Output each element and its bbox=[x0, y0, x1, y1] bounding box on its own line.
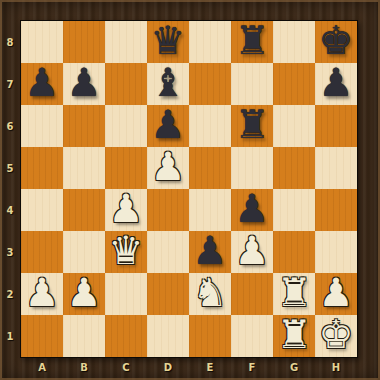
square-f2[interactable] bbox=[231, 273, 273, 315]
square-b4[interactable] bbox=[63, 189, 105, 231]
piece-black-pawn[interactable]: ♟ bbox=[151, 104, 186, 146]
square-g4[interactable] bbox=[273, 189, 315, 231]
file-label-c: C bbox=[105, 357, 147, 378]
square-a1[interactable] bbox=[21, 315, 63, 357]
rank-label-8: 8 bbox=[0, 21, 20, 63]
square-a8[interactable] bbox=[21, 21, 63, 63]
square-d1[interactable] bbox=[147, 315, 189, 357]
file-labels: ABCDEFGH bbox=[21, 357, 357, 378]
square-b7[interactable]: ♟ bbox=[63, 63, 105, 105]
file-label-a: A bbox=[21, 357, 63, 378]
rank-label-4: 4 bbox=[0, 189, 20, 231]
piece-white-rook[interactable]: ♜ bbox=[277, 314, 312, 356]
rank-label-2: 2 bbox=[0, 273, 20, 315]
square-e6[interactable] bbox=[189, 105, 231, 147]
piece-white-pawn[interactable]: ♟ bbox=[25, 272, 60, 314]
file-label-g: G bbox=[273, 357, 315, 378]
square-a5[interactable] bbox=[21, 147, 63, 189]
file-label-d: D bbox=[147, 357, 189, 378]
file-label-e: E bbox=[189, 357, 231, 378]
square-c6[interactable] bbox=[105, 105, 147, 147]
square-h4[interactable] bbox=[315, 189, 357, 231]
piece-white-queen[interactable]: ♛ bbox=[109, 230, 144, 272]
piece-black-king[interactable]: ♚ bbox=[319, 20, 354, 62]
square-d7[interactable]: ♝ bbox=[147, 63, 189, 105]
square-g8[interactable] bbox=[273, 21, 315, 63]
board-grid: ♛♜♚♟♟♝♟♟♜♟♟♟♛♟♟♟♟♞♜♟♜♚ bbox=[21, 21, 357, 357]
square-f7[interactable] bbox=[231, 63, 273, 105]
square-e3[interactable]: ♟ bbox=[189, 231, 231, 273]
square-a3[interactable] bbox=[21, 231, 63, 273]
square-b6[interactable] bbox=[63, 105, 105, 147]
square-h8[interactable]: ♚ bbox=[315, 21, 357, 63]
square-f1[interactable] bbox=[231, 315, 273, 357]
square-g6[interactable] bbox=[273, 105, 315, 147]
piece-black-rook[interactable]: ♜ bbox=[235, 20, 270, 62]
file-label-h: H bbox=[315, 357, 357, 378]
square-b3[interactable] bbox=[63, 231, 105, 273]
square-c4[interactable]: ♟ bbox=[105, 189, 147, 231]
square-d2[interactable] bbox=[147, 273, 189, 315]
square-a2[interactable]: ♟ bbox=[21, 273, 63, 315]
piece-white-rook[interactable]: ♜ bbox=[277, 272, 312, 314]
file-label-f: F bbox=[231, 357, 273, 378]
rank-labels: 87654321 bbox=[0, 21, 20, 357]
square-c8[interactable] bbox=[105, 21, 147, 63]
square-g7[interactable] bbox=[273, 63, 315, 105]
square-d8[interactable]: ♛ bbox=[147, 21, 189, 63]
square-g3[interactable] bbox=[273, 231, 315, 273]
square-d4[interactable] bbox=[147, 189, 189, 231]
square-d3[interactable] bbox=[147, 231, 189, 273]
square-c7[interactable] bbox=[105, 63, 147, 105]
piece-black-pawn[interactable]: ♟ bbox=[193, 230, 228, 272]
piece-white-pawn[interactable]: ♟ bbox=[235, 230, 270, 272]
square-f5[interactable] bbox=[231, 147, 273, 189]
piece-white-pawn[interactable]: ♟ bbox=[67, 272, 102, 314]
square-g5[interactable] bbox=[273, 147, 315, 189]
square-e2[interactable]: ♞ bbox=[189, 273, 231, 315]
square-b2[interactable]: ♟ bbox=[63, 273, 105, 315]
square-f4[interactable]: ♟ bbox=[231, 189, 273, 231]
piece-black-queen[interactable]: ♛ bbox=[151, 20, 186, 62]
square-e4[interactable] bbox=[189, 189, 231, 231]
piece-white-knight[interactable]: ♞ bbox=[193, 272, 228, 314]
rank-label-7: 7 bbox=[0, 63, 20, 105]
square-e5[interactable] bbox=[189, 147, 231, 189]
rank-label-3: 3 bbox=[0, 231, 20, 273]
square-c3[interactable]: ♛ bbox=[105, 231, 147, 273]
square-a4[interactable] bbox=[21, 189, 63, 231]
square-e8[interactable] bbox=[189, 21, 231, 63]
square-b1[interactable] bbox=[63, 315, 105, 357]
square-h5[interactable] bbox=[315, 147, 357, 189]
square-c2[interactable] bbox=[105, 273, 147, 315]
rank-label-5: 5 bbox=[0, 147, 20, 189]
piece-black-rook[interactable]: ♜ bbox=[235, 104, 270, 146]
rank-label-1: 1 bbox=[0, 315, 20, 357]
square-a6[interactable] bbox=[21, 105, 63, 147]
square-h7[interactable]: ♟ bbox=[315, 63, 357, 105]
piece-white-pawn[interactable]: ♟ bbox=[319, 272, 354, 314]
piece-black-bishop[interactable]: ♝ bbox=[151, 62, 186, 104]
piece-white-pawn[interactable]: ♟ bbox=[151, 146, 186, 188]
rank-label-6: 6 bbox=[0, 105, 20, 147]
square-d6[interactable]: ♟ bbox=[147, 105, 189, 147]
square-h3[interactable] bbox=[315, 231, 357, 273]
square-f3[interactable]: ♟ bbox=[231, 231, 273, 273]
square-h2[interactable]: ♟ bbox=[315, 273, 357, 315]
square-g1[interactable]: ♜ bbox=[273, 315, 315, 357]
piece-white-king[interactable]: ♚ bbox=[319, 314, 354, 356]
square-h6[interactable] bbox=[315, 105, 357, 147]
piece-black-pawn[interactable]: ♟ bbox=[235, 188, 270, 230]
square-h1[interactable]: ♚ bbox=[315, 315, 357, 357]
piece-black-pawn[interactable]: ♟ bbox=[25, 62, 60, 104]
piece-black-pawn[interactable]: ♟ bbox=[67, 62, 102, 104]
piece-white-pawn[interactable]: ♟ bbox=[109, 188, 144, 230]
square-b8[interactable] bbox=[63, 21, 105, 63]
square-b5[interactable] bbox=[63, 147, 105, 189]
square-e7[interactable] bbox=[189, 63, 231, 105]
square-a7[interactable]: ♟ bbox=[21, 63, 63, 105]
square-d5[interactable]: ♟ bbox=[147, 147, 189, 189]
square-f6[interactable]: ♜ bbox=[231, 105, 273, 147]
square-f8[interactable]: ♜ bbox=[231, 21, 273, 63]
piece-black-pawn[interactable]: ♟ bbox=[319, 62, 354, 104]
square-c1[interactable] bbox=[105, 315, 147, 357]
chess-board: ♛♜♚♟♟♝♟♟♜♟♟♟♛♟♟♟♟♞♜♟♜♚ bbox=[20, 20, 358, 358]
square-c5[interactable] bbox=[105, 147, 147, 189]
chess-app-window: 87654321 ♛♜♚♟♟♝♟♟♜♟♟♟♛♟♟♟♟♞♜♟♜♚ ABCDEFGH bbox=[0, 0, 380, 380]
square-e1[interactable] bbox=[189, 315, 231, 357]
file-label-b: B bbox=[63, 357, 105, 378]
square-g2[interactable]: ♜ bbox=[273, 273, 315, 315]
